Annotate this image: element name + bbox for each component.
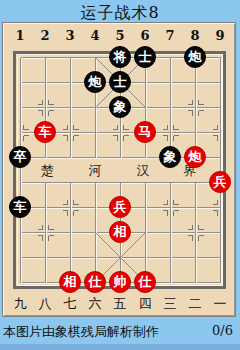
piece-red-兵[interactable]: 兵 (109, 196, 131, 218)
piece-black-卒[interactable]: 卒 (9, 146, 31, 168)
river-char-he: 河 (89, 164, 102, 177)
piece-red-相[interactable]: 相 (109, 221, 131, 243)
piece-red-车[interactable]: 车 (34, 121, 56, 143)
piece-red-仕[interactable]: 仕 (84, 271, 106, 293)
piece-black-象[interactable]: 象 (109, 96, 131, 118)
river-char-han: 汉 (137, 164, 150, 177)
piece-red-马[interactable]: 马 (134, 121, 156, 143)
river-char-chu: 楚 (41, 164, 54, 177)
piece-black-象[interactable]: 象 (159, 146, 181, 168)
piece-black-炮[interactable]: 炮 (184, 46, 206, 68)
piece-red-相[interactable]: 相 (59, 271, 81, 293)
piece-black-炮[interactable]: 炮 (84, 71, 106, 93)
piece-black-士[interactable]: 士 (109, 71, 131, 93)
piece-black-士[interactable]: 士 (134, 46, 156, 68)
xiangqi-puzzle-app: 运子战术8 123456789 九八七六五四三二一 楚 河 汉 界 将士炮炮士象… (0, 0, 240, 350)
progress-counter: 0/6 (212, 323, 233, 338)
bottom-edge-strip (0, 344, 240, 350)
piece-red-仕[interactable]: 仕 (134, 271, 156, 293)
footer-caption: 本图片由象棋残局解析制作 (3, 323, 159, 341)
piece-red-帅[interactable]: 帅 (109, 271, 131, 293)
piece-black-车[interactable]: 车 (9, 196, 31, 218)
piece-black-将[interactable]: 将 (109, 46, 131, 68)
piece-red-兵[interactable]: 兵 (209, 171, 231, 193)
piece-red-炮[interactable]: 炮 (184, 146, 206, 168)
